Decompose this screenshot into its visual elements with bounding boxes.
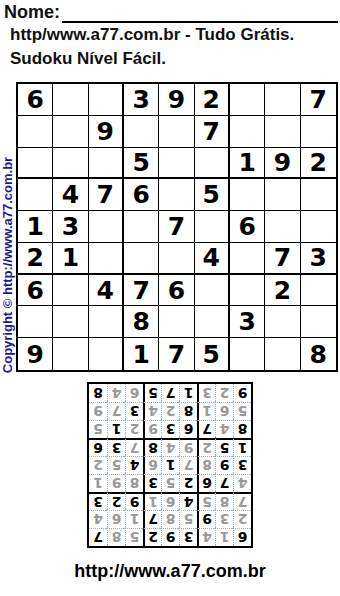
puzzle-cell-r1c6[interactable]: 2	[195, 84, 230, 116]
puzzle-cell-r4c9[interactable]	[301, 179, 336, 211]
puzzle-cell-r6c1[interactable]: 2	[18, 243, 53, 275]
solution-cell-r7c6: 9	[143, 420, 161, 438]
solution-cell-r8c5: 2	[161, 402, 179, 420]
solution-cell-r1c7: 5	[125, 528, 143, 546]
solution-cell-r7c1: 8	[233, 420, 251, 438]
puzzle-cell-r4c7[interactable]	[230, 179, 265, 211]
solution-cell-r8c7: 3	[125, 402, 143, 420]
solution-cell-r7c5: 3	[161, 420, 179, 438]
puzzle-cell-r7c7[interactable]	[230, 275, 265, 307]
solution-cell-r3c7: 9	[125, 492, 143, 510]
puzzle-cell-r5c5[interactable]: 7	[159, 211, 194, 243]
puzzle-cell-r4c5[interactable]	[159, 179, 194, 211]
solution-cell-r3c8: 2	[107, 492, 125, 510]
puzzle-cell-r3c7[interactable]: 1	[230, 148, 265, 180]
puzzle-cell-r1c2[interactable]	[53, 84, 88, 116]
puzzle-cell-r5c2[interactable]: 3	[53, 211, 88, 243]
puzzle-cell-r3c5[interactable]	[159, 148, 194, 180]
sudoku-grid: 639279751924765137621473647628391758	[16, 82, 338, 372]
puzzle-cell-r7c6[interactable]	[195, 275, 230, 307]
puzzle-cell-r8c1[interactable]	[18, 306, 53, 338]
solution-cell-r2c9: 4	[89, 510, 107, 528]
solution-cell-r9c1: 9	[233, 384, 251, 402]
solution-cell-r4c6: 3	[143, 474, 161, 492]
puzzle-cell-r4c6[interactable]: 5	[195, 179, 230, 211]
puzzle-cell-r1c8[interactable]	[265, 84, 300, 116]
puzzle-level-title: Sudoku Nível Fácil.	[10, 49, 166, 69]
puzzle-cell-r4c4[interactable]: 6	[124, 179, 159, 211]
puzzle-cell-r8c4[interactable]: 8	[124, 306, 159, 338]
puzzle-cell-r9c3[interactable]	[89, 338, 124, 370]
puzzle-cell-r3c3[interactable]	[89, 148, 124, 180]
solution-cell-r9c9: 8	[89, 384, 107, 402]
puzzle-cell-r3c4[interactable]: 5	[124, 148, 159, 180]
puzzle-cell-r3c9[interactable]: 2	[301, 148, 336, 180]
solution-cell-r6c5: 4	[161, 438, 179, 456]
solution-cell-r5c3: 8	[197, 456, 215, 474]
solution-cell-r5c1: 3	[233, 456, 251, 474]
puzzle-cell-r8c2[interactable]	[53, 306, 88, 338]
solution-cell-r3c6: 1	[143, 492, 161, 510]
solution-cell-r6c2: 5	[215, 438, 233, 456]
solution-cell-r3c4: 4	[179, 492, 197, 510]
solution-cell-r2c2: 3	[215, 510, 233, 528]
solution-cell-r9c7: 6	[125, 384, 143, 402]
solution-cell-r4c9: 1	[89, 474, 107, 492]
solution-cell-r3c1: 7	[233, 492, 251, 510]
solution-cell-r4c2: 7	[215, 474, 233, 492]
puzzle-cell-r6c9[interactable]: 3	[301, 243, 336, 275]
solution-cell-r2c3: 9	[197, 510, 215, 528]
puzzle-cell-r9c8[interactable]	[265, 338, 300, 370]
solution-cell-r5c4: 7	[179, 456, 197, 474]
puzzle-cell-r7c8[interactable]: 2	[265, 275, 300, 307]
solution-cell-r8c9: 9	[89, 402, 107, 420]
puzzle-cell-r2c8[interactable]	[265, 116, 300, 148]
puzzle-cell-r4c3[interactable]: 7	[89, 179, 124, 211]
solution-cell-r5c6: 6	[143, 456, 161, 474]
solution-cell-r5c5: 1	[161, 456, 179, 474]
solution-cell-r4c4: 2	[179, 474, 197, 492]
puzzle-cell-r7c2[interactable]	[53, 275, 88, 307]
puzzle-cell-r9c5[interactable]: 7	[159, 338, 194, 370]
solution-cell-r9c8: 4	[107, 384, 125, 402]
solution-cell-r4c5: 5	[161, 474, 179, 492]
puzzle-cell-r2c5[interactable]	[159, 116, 194, 148]
solution-cell-r1c2: 1	[215, 528, 233, 546]
puzzle-cell-r5c7[interactable]: 6	[230, 211, 265, 243]
solution-cell-r8c6: 4	[143, 402, 161, 420]
puzzle-cell-r4c2[interactable]: 4	[53, 179, 88, 211]
puzzle-cell-r7c1[interactable]: 6	[18, 275, 53, 307]
solution-cell-r9c5: 7	[161, 384, 179, 402]
puzzle-cell-r9c2[interactable]	[53, 338, 88, 370]
solution-cell-r6c8: 3	[107, 438, 125, 456]
puzzle-cell-r8c9[interactable]	[301, 306, 336, 338]
puzzle-cell-r3c6[interactable]	[195, 148, 230, 180]
solution-cell-r8c3: 1	[197, 402, 215, 420]
puzzle-cell-r8c7[interactable]: 3	[230, 306, 265, 338]
solution-cell-r7c2: 4	[215, 420, 233, 438]
solution-cell-r1c8: 8	[107, 528, 125, 546]
puzzle-cell-r5c8[interactable]	[265, 211, 300, 243]
puzzle-cell-r5c6[interactable]	[195, 211, 230, 243]
solution-cell-r9c3: 3	[197, 384, 215, 402]
puzzle-cell-r6c2[interactable]: 1	[53, 243, 88, 275]
name-row: Nome:	[4, 2, 338, 23]
solution-cell-r6c7: 7	[125, 438, 143, 456]
puzzle-cell-r8c8[interactable]	[265, 306, 300, 338]
solution-cell-r1c6: 2	[143, 528, 161, 546]
puzzle-cell-r2c3[interactable]: 9	[89, 116, 124, 148]
sudoku-print-page: Nome: http/www.a77.com.br - Tudo Grátis.…	[0, 0, 340, 596]
solution-cell-r2c4: 5	[179, 510, 197, 528]
puzzle-cell-r1c7[interactable]	[230, 84, 265, 116]
solution-cell-r8c2: 6	[215, 402, 233, 420]
puzzle-cell-r9c1[interactable]: 9	[18, 338, 53, 370]
solution-cell-r2c7: 1	[125, 510, 143, 528]
name-label: Nome:	[4, 2, 60, 23]
puzzle-cell-r9c9[interactable]: 8	[301, 338, 336, 370]
puzzle-cell-r2c9[interactable]	[301, 116, 336, 148]
solution-cell-r9c6: 5	[143, 384, 161, 402]
footer-url: http://www.a77.com.br	[0, 561, 340, 582]
puzzle-cell-r2c4[interactable]	[124, 116, 159, 148]
puzzle-cell-r2c6[interactable]: 7	[195, 116, 230, 148]
solution-cell-r1c5: 9	[161, 528, 179, 546]
solution-cell-r4c3: 6	[197, 474, 215, 492]
puzzle-cell-r6c3[interactable]	[89, 243, 124, 275]
solution-cell-r8c4: 8	[179, 402, 197, 420]
solution-cell-r2c5: 8	[161, 510, 179, 528]
solution-cell-r4c7: 8	[125, 474, 143, 492]
puzzle-cell-r1c3[interactable]	[89, 84, 124, 116]
solution-cell-r9c4: 1	[179, 384, 197, 402]
solution-cell-r4c1: 4	[233, 474, 251, 492]
solution-cell-r7c8: 1	[107, 420, 125, 438]
solution-cell-r7c4: 6	[179, 420, 197, 438]
puzzle-cell-r6c6[interactable]: 4	[195, 243, 230, 275]
solution-cell-r5c2: 9	[215, 456, 233, 474]
puzzle-cell-r4c8[interactable]	[265, 179, 300, 211]
solution-cell-r2c1: 2	[233, 510, 251, 528]
puzzle-cell-r6c7[interactable]	[230, 243, 265, 275]
solution-cell-r6c9: 6	[89, 438, 107, 456]
puzzle-cell-r7c5[interactable]: 6	[159, 275, 194, 307]
puzzle-cell-r7c3[interactable]: 4	[89, 275, 124, 307]
solution-cell-r3c2: 8	[215, 492, 233, 510]
puzzle-cell-r8c6[interactable]	[195, 306, 230, 338]
solution-cell-r5c9: 2	[89, 456, 107, 474]
solution-cell-r8c8: 7	[107, 402, 125, 420]
puzzle-cell-r5c4[interactable]	[124, 211, 159, 243]
solution-cell-r6c4: 9	[179, 438, 197, 456]
puzzle-cell-r3c8[interactable]: 9	[265, 148, 300, 180]
puzzle-cell-r2c7[interactable]	[230, 116, 265, 148]
solution-cell-r3c3: 5	[197, 492, 215, 510]
solution-cell-r2c6: 7	[143, 510, 161, 528]
puzzle-cell-r8c3[interactable]	[89, 306, 124, 338]
solution-cell-r1c3: 4	[197, 528, 215, 546]
puzzle-cell-r4c1[interactable]	[18, 179, 53, 211]
solution-cell-r1c1: 6	[233, 528, 251, 546]
solution-cell-r6c3: 2	[197, 438, 215, 456]
solution-cell-r7c7: 2	[125, 420, 143, 438]
puzzle-cell-r8c5[interactable]	[159, 306, 194, 338]
solution-cell-r8c1: 5	[233, 402, 251, 420]
solution-cell-r4c8: 9	[107, 474, 125, 492]
puzzle-cell-r9c7[interactable]	[230, 338, 265, 370]
puzzle-cell-r1c4[interactable]: 3	[124, 84, 159, 116]
site-title: http/www.a77.com.br - Tudo Grátis.	[10, 25, 294, 45]
solution-cell-r1c9: 7	[89, 528, 107, 546]
puzzle-cell-r2c2[interactable]	[53, 116, 88, 148]
solution-cell-r9c2: 2	[215, 384, 233, 402]
puzzle-cell-r6c4[interactable]	[124, 243, 159, 275]
solution-cell-r7c9: 5	[89, 420, 107, 438]
puzzle-cell-r6c5[interactable]	[159, 243, 194, 275]
puzzle-cell-r7c4[interactable]: 7	[124, 275, 159, 307]
puzzle-cell-r5c1[interactable]: 1	[18, 211, 53, 243]
puzzle-cell-r6c8[interactable]: 7	[265, 243, 300, 275]
puzzle-cell-r5c3[interactable]	[89, 211, 124, 243]
solution-cell-r3c9: 3	[89, 492, 107, 510]
puzzle-cell-r1c9[interactable]: 7	[301, 84, 336, 116]
puzzle-cell-r1c5[interactable]: 9	[159, 84, 194, 116]
solution-cell-r7c3: 7	[197, 420, 215, 438]
name-blank-line	[62, 2, 338, 23]
puzzle-cell-r9c4[interactable]: 1	[124, 338, 159, 370]
solution-cell-r6c6: 8	[143, 438, 161, 456]
puzzle-cell-r1c1[interactable]: 6	[18, 84, 53, 116]
puzzle-cell-r5c9[interactable]	[301, 211, 336, 243]
puzzle-cell-r2c1[interactable]	[18, 116, 53, 148]
puzzle-cell-r3c1[interactable]	[18, 148, 53, 180]
puzzle-cell-r7c9[interactable]	[301, 275, 336, 307]
puzzle-cell-r9c6[interactable]: 5	[195, 338, 230, 370]
solution-cell-r5c8: 5	[107, 456, 125, 474]
puzzle-cell-r3c2[interactable]	[53, 148, 88, 180]
solution-cell-r1c4: 3	[179, 528, 197, 546]
solution-cell-r6c1: 1	[233, 438, 251, 456]
solution-cell-r2c8: 6	[107, 510, 125, 528]
solution-cell-r5c7: 4	[125, 456, 143, 474]
solution-grid: 6143925872395871647854619234762538913987…	[87, 382, 253, 548]
solution-cell-r3c5: 6	[161, 492, 179, 510]
